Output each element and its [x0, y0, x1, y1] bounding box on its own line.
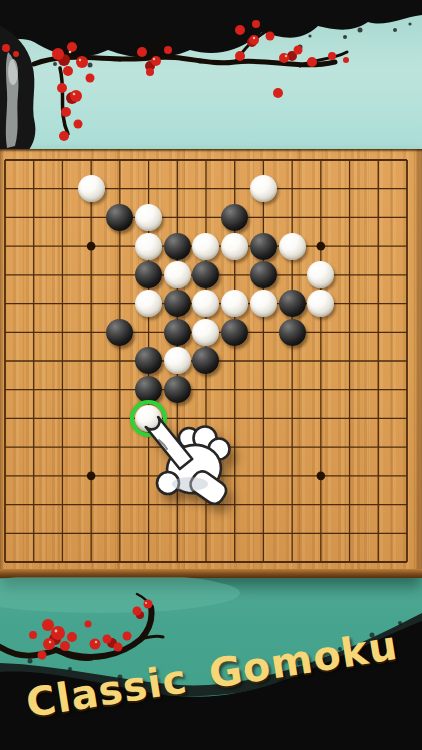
black-stone: [164, 376, 191, 403]
white-stone: [135, 290, 162, 317]
plum-blossom-ink-painting-top: [0, 0, 422, 152]
pointing-hand-icon: [128, 402, 250, 520]
white-stone: [250, 290, 277, 317]
glove-shading: [172, 477, 208, 491]
white-stone: [164, 261, 191, 288]
white-stone: [135, 204, 162, 231]
app-title: Classic Gomoku: [21, 622, 404, 727]
teal-glow: [0, 577, 240, 613]
black-stone: [164, 290, 191, 317]
white-stone: [135, 233, 162, 260]
white-stone: [192, 233, 219, 260]
black-stone: [164, 319, 191, 346]
black-stone: [106, 319, 133, 346]
white-stone: [250, 175, 277, 202]
black-stone: [221, 204, 248, 231]
tree-trunk: [0, 26, 35, 152]
black-stone: [221, 319, 248, 346]
white-stone: [279, 233, 306, 260]
red-blossoms: [2, 20, 349, 141]
black-stone: [279, 319, 306, 346]
ink-band: [0, 0, 422, 58]
white-stone: [221, 233, 248, 260]
black-stone: [164, 233, 191, 260]
tree-trunk-highlight: [6, 52, 19, 148]
branches: [34, 30, 347, 134]
white-stone: [78, 175, 105, 202]
ink-speckles: [53, 22, 412, 68]
black-stone: [279, 290, 306, 317]
blossom-branch: [0, 594, 163, 660]
red-blossoms-bottom: [29, 600, 153, 660]
gomoku-promo-screen: Classic Gomoku: [0, 0, 422, 750]
black-stone: [250, 233, 277, 260]
trunk-light-patch: [8, 59, 18, 85]
